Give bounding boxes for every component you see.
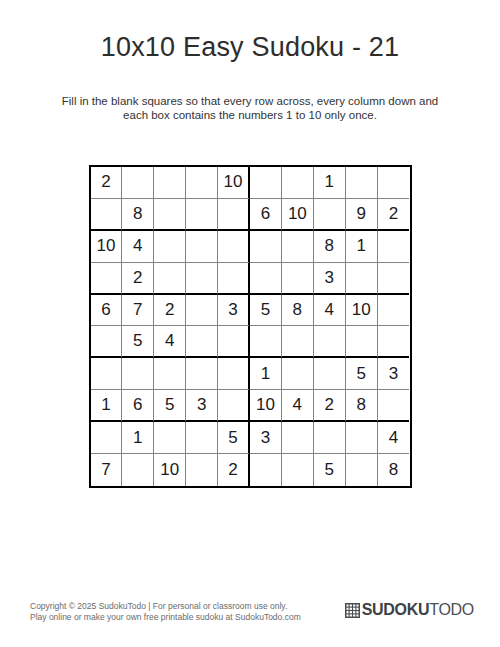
sudoku-cell-r4c3 (154, 263, 186, 295)
sudoku-cell-r5c4 (186, 295, 218, 327)
sudoku-cell-r1c7 (282, 167, 314, 199)
sudoku-cell-r2c9: 9 (346, 199, 378, 231)
sudoku-cell-r4c4 (186, 263, 218, 295)
sudoku-cell-r7c1 (91, 358, 123, 390)
sudoku-cell-r9c5: 5 (218, 422, 250, 454)
page-footer: Copyright © 2025 SudokuTodo | For person… (0, 600, 500, 630)
sudoku-cell-r6c5 (218, 326, 250, 358)
instructions-line-1: Fill in the blank squares so that every … (0, 94, 500, 108)
sudoku-cell-r9c9 (346, 422, 378, 454)
sudoku-cell-r7c8 (314, 358, 346, 390)
sudoku-cell-r8c9: 8 (346, 390, 378, 422)
sudoku-cell-r1c2 (122, 167, 154, 199)
sudoku-cell-r6c10 (378, 326, 410, 358)
sudoku-grid-icon (345, 603, 360, 618)
sudoku-cell-r7c7 (282, 358, 314, 390)
sudoku-cell-r1c4 (186, 167, 218, 199)
sudoku-cell-r5c9: 10 (346, 295, 378, 327)
sudoku-cell-r6c1 (91, 326, 123, 358)
instructions-line-2: each box contains the numbers 1 to 10 on… (0, 108, 500, 122)
sudoku-cell-r2c7: 10 (282, 199, 314, 231)
sudoku-cell-r8c2: 6 (122, 390, 154, 422)
sudoku-cell-r3c2: 4 (122, 231, 154, 263)
sudoku-cell-r7c6: 1 (250, 358, 282, 390)
sudoku-cell-r9c6: 3 (250, 422, 282, 454)
sudoku-cell-r9c10: 4 (378, 422, 410, 454)
copyright-text: Copyright © 2025 SudokuTodo | For person… (30, 601, 301, 623)
sudoku-cell-r7c10: 3 (378, 358, 410, 390)
sudoku-cell-r10c2 (122, 454, 154, 486)
sudoku-cell-r10c4 (186, 454, 218, 486)
sudoku-cell-r6c8 (314, 326, 346, 358)
sudoku-cell-r9c3 (154, 422, 186, 454)
sudoku-cell-r3c9: 1 (346, 231, 378, 263)
sudoku-cell-r3c10 (378, 231, 410, 263)
sudoku-cell-r4c6 (250, 263, 282, 295)
sudoku-cell-r2c8 (314, 199, 346, 231)
sudoku-cell-r6c9 (346, 326, 378, 358)
sudoku-cell-r4c8: 3 (314, 263, 346, 295)
sudoku-cell-r9c1 (91, 422, 123, 454)
sudoku-cell-r7c9: 5 (346, 358, 378, 390)
sudoku-cell-r8c7: 4 (282, 390, 314, 422)
sudoku-cell-r10c1: 7 (91, 454, 123, 486)
sudoku-cell-r6c4 (186, 326, 218, 358)
sudoku-cell-r3c3 (154, 231, 186, 263)
sudoku-cell-r5c7: 8 (282, 295, 314, 327)
sudoku-cell-r2c3 (154, 199, 186, 231)
sudoku-cell-r6c6 (250, 326, 282, 358)
sudoku-cell-r8c10 (378, 390, 410, 422)
sudoku-cell-r5c1: 6 (91, 295, 123, 327)
page-title: 10x10 Easy Sudoku - 21 (0, 30, 500, 64)
sudoku-cell-r4c10 (378, 263, 410, 295)
sudoku-cell-r5c6: 5 (250, 295, 282, 327)
sudoku-cell-r9c7 (282, 422, 314, 454)
sudoku-cell-r2c1 (91, 199, 123, 231)
sudoku-cell-r10c9 (346, 454, 378, 486)
sudoku-cell-r2c5 (218, 199, 250, 231)
logo-text-todo: TODO (429, 601, 474, 618)
sudoku-cell-r9c4 (186, 422, 218, 454)
sudoku-cell-r6c2: 5 (122, 326, 154, 358)
logo-text: SUDOKUTODO (362, 601, 474, 619)
sudoku-cell-r8c3: 5 (154, 390, 186, 422)
sudoku-cell-r10c5: 2 (218, 454, 250, 486)
sudoku-cell-r3c6 (250, 231, 282, 263)
sudoku-cell-r8c5 (218, 390, 250, 422)
copyright-line-2: Play online or make your own free printa… (30, 612, 301, 623)
sudoku-cell-r9c8 (314, 422, 346, 454)
sudoku-cell-r2c4 (186, 199, 218, 231)
sudoku-cell-r5c2: 7 (122, 295, 154, 327)
sudoku-cell-r4c7 (282, 263, 314, 295)
sudoku-cell-r7c3 (154, 358, 186, 390)
sudoku-cell-r10c8: 5 (314, 454, 346, 486)
sudoku-cell-r2c6: 6 (250, 199, 282, 231)
sudoku-cell-r6c3: 4 (154, 326, 186, 358)
sudoku-cell-r1c6 (250, 167, 282, 199)
sudoku-board-container: 2101861092104812367235841054153165310428… (89, 165, 412, 488)
sudoku-cell-r1c9 (346, 167, 378, 199)
sudoku-cell-r2c2: 8 (122, 199, 154, 231)
sudoku-cell-r4c1 (91, 263, 123, 295)
sudoku-cell-r5c3: 2 (154, 295, 186, 327)
sudokutodo-logo: SUDOKUTODO (345, 600, 474, 620)
sudoku-cell-r10c6 (250, 454, 282, 486)
sudoku-cell-r1c3 (154, 167, 186, 199)
sudoku-cell-r1c5: 10 (218, 167, 250, 199)
sudoku-cell-r4c2: 2 (122, 263, 154, 295)
sudoku-cell-r8c8: 2 (314, 390, 346, 422)
sudoku-cell-r4c5 (218, 263, 250, 295)
sudoku-cell-r10c10: 8 (378, 454, 410, 486)
sudoku-cell-r7c5 (218, 358, 250, 390)
copyright-line-1: Copyright © 2025 SudokuTodo | For person… (30, 601, 301, 612)
sudoku-cell-r7c2 (122, 358, 154, 390)
sudoku-cell-r1c8: 1 (314, 167, 346, 199)
sudoku-cell-r3c1: 10 (91, 231, 123, 263)
sudoku-cell-r9c2: 1 (122, 422, 154, 454)
sudoku-cell-r5c5: 3 (218, 295, 250, 327)
sudoku-cell-r6c7 (282, 326, 314, 358)
sudoku-grid: 2101861092104812367235841054153165310428… (89, 165, 412, 488)
sudoku-cell-r8c6: 10 (250, 390, 282, 422)
sudoku-cell-r7c4 (186, 358, 218, 390)
sudoku-cell-r2c10: 2 (378, 199, 410, 231)
sudoku-cell-r1c1: 2 (91, 167, 123, 199)
sudoku-cell-r3c5 (218, 231, 250, 263)
sudoku-cell-r4c9 (346, 263, 378, 295)
sudoku-cell-r3c4 (186, 231, 218, 263)
sudoku-cell-r3c8: 8 (314, 231, 346, 263)
sudoku-cell-r10c7 (282, 454, 314, 486)
sudoku-cell-r1c10 (378, 167, 410, 199)
sudoku-cell-r5c10 (378, 295, 410, 327)
sudoku-cell-r8c1: 1 (91, 390, 123, 422)
instructions: Fill in the blank squares so that every … (0, 94, 500, 122)
sudoku-cell-r8c4: 3 (186, 390, 218, 422)
sudoku-cell-r10c3: 10 (154, 454, 186, 486)
sudoku-cell-r5c8: 4 (314, 295, 346, 327)
logo-text-sudoku: SUDOKU (362, 601, 430, 618)
sudoku-cell-r3c7 (282, 231, 314, 263)
